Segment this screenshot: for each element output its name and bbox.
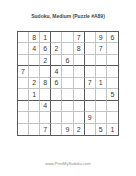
sudoku-cell-r4c2	[29, 66, 40, 77]
page-title: Sudoku, Medium (Puzzle #A89)	[0, 13, 136, 19]
sudoku-cell-r9c7	[85, 124, 96, 135]
sudoku-cell-r3c7	[85, 55, 96, 66]
sudoku-cell-r4c7	[85, 66, 96, 77]
sudoku-cell-r9c9: 1	[107, 124, 118, 135]
sudoku-cell-r8c2	[29, 112, 40, 123]
sudoku-cell-r4c1: 7	[18, 66, 29, 77]
sudoku-cell-r2c1	[18, 43, 29, 54]
sudoku-cell-r2c9	[107, 43, 118, 54]
sudoku-cell-r5c6	[74, 78, 85, 89]
sudoku-cell-r4c4: 4	[51, 66, 62, 77]
sudoku-cell-r6c5	[62, 89, 73, 100]
sudoku-cell-r8c8	[96, 112, 107, 123]
sudoku-cell-r1c7	[85, 32, 96, 43]
sudoku-cell-r7c7	[85, 101, 96, 112]
sudoku-cell-r1c4	[51, 32, 62, 43]
sudoku-cell-r9c4	[51, 124, 62, 135]
sudoku-cell-r5c1	[18, 78, 29, 89]
sudoku-cell-r8c7: 9	[85, 112, 96, 123]
sudoku-cell-r5c8: 1	[96, 78, 107, 89]
sudoku-cell-r6c3	[40, 89, 51, 100]
sudoku-cell-r2c8: 7	[96, 43, 107, 54]
sudoku-cell-r8c5	[62, 112, 73, 123]
sudoku-cell-r1c1	[18, 32, 29, 43]
sudoku-cell-r2c6: 8	[74, 43, 85, 54]
sudoku-cell-r5c3: 8	[40, 78, 51, 89]
sudoku-cell-r4c9	[107, 66, 118, 77]
footer-url: www.PrintMySudoku.com	[0, 161, 136, 166]
sudoku-cell-r3c9	[107, 55, 118, 66]
sudoku-cell-r3c6	[74, 55, 85, 66]
sudoku-cell-r5c9	[107, 78, 118, 89]
sudoku-cell-r1c6: 7	[74, 32, 85, 43]
sudoku-cell-r9c2	[29, 124, 40, 135]
sudoku-cell-r4c5	[62, 66, 73, 77]
sudoku-cell-r7c3: 4	[40, 101, 51, 112]
sudoku-cell-r1c3: 1	[40, 32, 51, 43]
sudoku-cell-r5c7: 7	[85, 78, 96, 89]
sudoku-cell-r6c7	[85, 89, 96, 100]
sudoku-cell-r1c2: 8	[29, 32, 40, 43]
sudoku-cell-r7c2	[29, 101, 40, 112]
sudoku-cell-r3c8	[96, 55, 107, 66]
sudoku-cell-r7c4	[51, 101, 62, 112]
sudoku-cell-r7c1	[18, 101, 29, 112]
sudoku-cell-r3c2	[29, 55, 40, 66]
sudoku-cell-r7c5	[62, 101, 73, 112]
sudoku-cell-r6c9: 5	[107, 89, 118, 100]
sudoku-cell-r7c6	[74, 101, 85, 112]
sudoku-cell-r3c1	[18, 55, 29, 66]
sudoku-cell-r2c7	[85, 43, 96, 54]
sudoku-cell-r6c4	[51, 89, 62, 100]
sudoku-cell-r8c9	[107, 112, 118, 123]
sudoku-cell-r6c6	[74, 89, 85, 100]
sudoku-cell-r9c6: 2	[74, 124, 85, 135]
sudoku-cell-r3c3: 2	[40, 55, 51, 66]
sudoku-cell-r7c8	[96, 101, 107, 112]
sudoku-page: Sudoku, Medium (Puzzle #A89) 81796462872…	[0, 0, 136, 176]
sudoku-cell-r8c3	[40, 112, 51, 123]
sudoku-cell-r8c4	[51, 112, 62, 123]
sudoku-cell-r9c5: 9	[62, 124, 73, 135]
sudoku-cell-r2c5	[62, 43, 73, 54]
sudoku-cell-r2c4: 2	[51, 43, 62, 54]
sudoku-cell-r9c1	[18, 124, 29, 135]
sudoku-cell-r5c5	[62, 78, 73, 89]
sudoku-cell-r6c2: 1	[29, 89, 40, 100]
sudoku-cell-r4c8	[96, 66, 107, 77]
sudoku-cell-r1c8: 9	[96, 32, 107, 43]
sudoku-cell-r2c3: 6	[40, 43, 51, 54]
sudoku-cell-r4c6	[74, 66, 85, 77]
sudoku-cell-r3c4	[51, 55, 62, 66]
sudoku-cell-r6c8	[96, 89, 107, 100]
sudoku-cell-r3c5: 6	[62, 55, 73, 66]
sudoku-cell-r5c2: 2	[29, 78, 40, 89]
sudoku-board: 8179646287267428671154979251	[17, 31, 119, 136]
sudoku-cell-r1c5	[62, 32, 73, 43]
sudoku-cell-r2c2: 4	[29, 43, 40, 54]
sudoku-cell-r1c9: 6	[107, 32, 118, 43]
sudoku-cell-r7c9	[107, 101, 118, 112]
sudoku-cell-r5c4: 6	[51, 78, 62, 89]
sudoku-cell-r8c6	[74, 112, 85, 123]
sudoku-cell-r9c3: 7	[40, 124, 51, 135]
sudoku-cell-r6c1	[18, 89, 29, 100]
sudoku-cell-r9c8: 5	[96, 124, 107, 135]
sudoku-cell-r4c3	[40, 66, 51, 77]
sudoku-cell-r8c1	[18, 112, 29, 123]
